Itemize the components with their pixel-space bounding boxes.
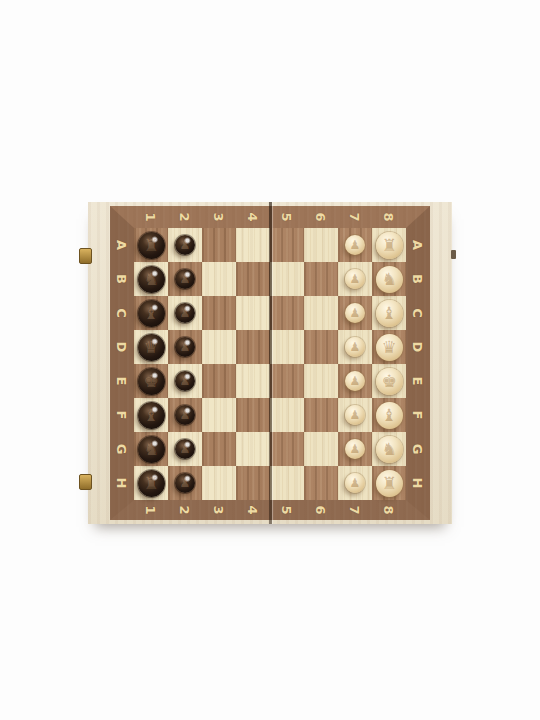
fold-seam xyxy=(269,202,272,524)
black-rook-piece: ♜ xyxy=(138,470,165,497)
white-pawn-piece: ♟ xyxy=(345,337,365,357)
square-g2: ♟ xyxy=(168,432,202,466)
square-c3 xyxy=(202,296,236,330)
white-king-piece: ♚ xyxy=(376,368,403,395)
black-pawn-piece: ♟ xyxy=(175,303,195,323)
square-g1: ♞ xyxy=(134,432,168,466)
white-bishop-piece: ♝ xyxy=(376,300,403,327)
square-c7: ♟ xyxy=(338,296,372,330)
white-pawn-piece: ♟ xyxy=(345,405,365,425)
black-bishop-piece: ♝ xyxy=(138,402,165,429)
square-e2: ♟ xyxy=(168,364,202,398)
square-e1: ♚ xyxy=(134,364,168,398)
square-c8: ♝ xyxy=(372,296,406,330)
square-b5 xyxy=(270,262,304,296)
square-f4 xyxy=(236,398,270,432)
square-e4 xyxy=(236,364,270,398)
square-g3 xyxy=(202,432,236,466)
white-queen-piece: ♛ xyxy=(376,334,403,361)
black-knight-piece: ♞ xyxy=(138,266,165,293)
square-h3 xyxy=(202,466,236,500)
brass-clasp-right xyxy=(451,250,456,259)
square-b3 xyxy=(202,262,236,296)
square-f6 xyxy=(304,398,338,432)
square-b4 xyxy=(236,262,270,296)
square-e5 xyxy=(270,364,304,398)
square-d3 xyxy=(202,330,236,364)
square-f3 xyxy=(202,398,236,432)
brass-clasp-bottom xyxy=(79,474,92,490)
square-d8: ♛ xyxy=(372,330,406,364)
white-pawn-piece: ♟ xyxy=(345,303,365,323)
square-e6 xyxy=(304,364,338,398)
square-c2: ♟ xyxy=(168,296,202,330)
square-d5 xyxy=(270,330,304,364)
white-knight-piece: ♞ xyxy=(376,436,403,463)
square-h4 xyxy=(236,466,270,500)
black-pawn-piece: ♟ xyxy=(175,269,195,289)
square-c1: ♝ xyxy=(134,296,168,330)
white-pawn-piece: ♟ xyxy=(345,439,365,459)
black-pawn-piece: ♟ xyxy=(175,473,195,493)
black-pawn-piece: ♟ xyxy=(175,371,195,391)
black-pawn-piece: ♟ xyxy=(175,405,195,425)
white-pawn-piece: ♟ xyxy=(345,371,365,391)
square-e8: ♚ xyxy=(372,364,406,398)
square-d7: ♟ xyxy=(338,330,372,364)
square-b1: ♞ xyxy=(134,262,168,296)
square-d2: ♟ xyxy=(168,330,202,364)
chess-board: ♜♟♟♜♞♟♟♞♝♟♟♝♛♟♟♛♚♟♟♚♝♟♟♝♞♟♟♞♜♟♟♜ 1234567… xyxy=(88,202,452,524)
square-a5 xyxy=(270,228,304,262)
square-b8: ♞ xyxy=(372,262,406,296)
white-bishop-piece: ♝ xyxy=(376,402,403,429)
square-h8: ♜ xyxy=(372,466,406,500)
square-h7: ♟ xyxy=(338,466,372,500)
black-knight-piece: ♞ xyxy=(138,436,165,463)
square-e3 xyxy=(202,364,236,398)
square-g7: ♟ xyxy=(338,432,372,466)
square-f2: ♟ xyxy=(168,398,202,432)
black-pawn-piece: ♟ xyxy=(175,439,195,459)
white-pawn-piece: ♟ xyxy=(345,235,365,255)
square-a1: ♜ xyxy=(134,228,168,262)
brass-clasp-top xyxy=(79,248,92,264)
black-pawn-piece: ♟ xyxy=(175,337,195,357)
square-d1: ♛ xyxy=(134,330,168,364)
square-g6 xyxy=(304,432,338,466)
product-photo-stage: ♜♟♟♜♞♟♟♞♝♟♟♝♛♟♟♛♚♟♟♚♝♟♟♝♞♟♟♞♜♟♟♜ 1234567… xyxy=(0,0,540,720)
black-bishop-piece: ♝ xyxy=(138,300,165,327)
square-d6 xyxy=(304,330,338,364)
black-queen-piece: ♛ xyxy=(138,334,165,361)
white-pawn-piece: ♟ xyxy=(345,473,365,493)
square-b2: ♟ xyxy=(168,262,202,296)
square-h1: ♜ xyxy=(134,466,168,500)
square-a7: ♟ xyxy=(338,228,372,262)
black-rook-piece: ♜ xyxy=(138,232,165,259)
square-h5 xyxy=(270,466,304,500)
square-f7: ♟ xyxy=(338,398,372,432)
square-a4 xyxy=(236,228,270,262)
square-b7: ♟ xyxy=(338,262,372,296)
square-a8: ♜ xyxy=(372,228,406,262)
square-a2: ♟ xyxy=(168,228,202,262)
white-rook-piece: ♜ xyxy=(376,470,403,497)
square-a3 xyxy=(202,228,236,262)
white-knight-piece: ♞ xyxy=(376,266,403,293)
square-d4 xyxy=(236,330,270,364)
black-king-piece: ♚ xyxy=(138,368,165,395)
square-c4 xyxy=(236,296,270,330)
square-a6 xyxy=(304,228,338,262)
square-c6 xyxy=(304,296,338,330)
square-h2: ♟ xyxy=(168,466,202,500)
square-b6 xyxy=(304,262,338,296)
square-f8: ♝ xyxy=(372,398,406,432)
square-f1: ♝ xyxy=(134,398,168,432)
white-pawn-piece: ♟ xyxy=(345,269,365,289)
square-f5 xyxy=(270,398,304,432)
black-pawn-piece: ♟ xyxy=(175,235,195,255)
square-h6 xyxy=(304,466,338,500)
square-c5 xyxy=(270,296,304,330)
square-e7: ♟ xyxy=(338,364,372,398)
square-g5 xyxy=(270,432,304,466)
square-g8: ♞ xyxy=(372,432,406,466)
white-rook-piece: ♜ xyxy=(376,232,403,259)
square-g4 xyxy=(236,432,270,466)
